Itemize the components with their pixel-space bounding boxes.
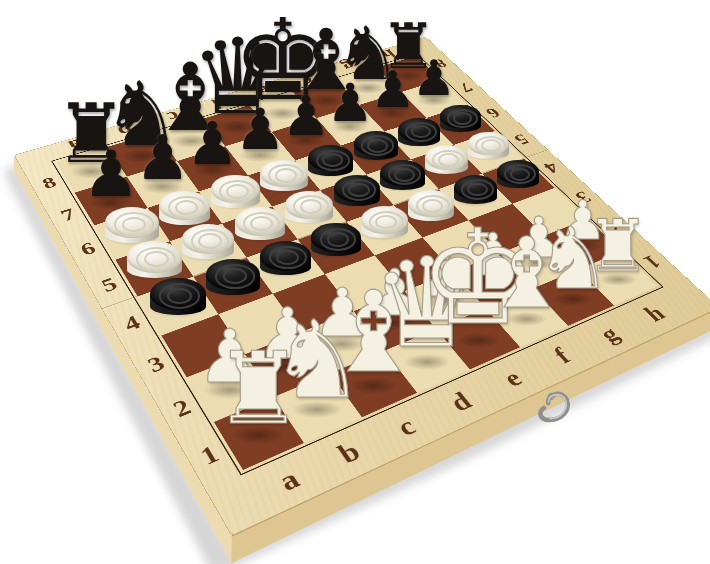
checker-top	[150, 278, 206, 311]
checker-top	[260, 241, 312, 271]
checker-white[interactable]	[285, 191, 333, 223]
checker-white[interactable]	[260, 160, 307, 192]
checker-black[interactable]	[311, 223, 360, 256]
checker-top	[206, 259, 260, 290]
checker-white[interactable]	[211, 175, 260, 208]
checker-black[interactable]	[440, 105, 481, 132]
checker-black[interactable]	[497, 160, 539, 188]
checker-white[interactable]	[182, 224, 235, 259]
checker-top	[354, 131, 398, 156]
checker-top	[334, 175, 380, 202]
checker-groove	[510, 168, 530, 181]
checker-groove	[275, 168, 297, 182]
checker-white[interactable]	[127, 241, 182, 278]
checker-groove	[144, 251, 169, 267]
checker-groove	[300, 199, 322, 214]
checker-black[interactable]	[380, 160, 425, 190]
checker-top	[235, 207, 285, 236]
checker-black[interactable]	[260, 241, 312, 276]
checker-white[interactable]	[159, 191, 210, 225]
checker-white[interactable]	[105, 207, 158, 243]
checker-top	[440, 105, 481, 128]
checker-white[interactable]	[235, 207, 285, 241]
pieces-layer: ♜♞♝♛♚♝♞♜♟♟♟♟♟♟♟♟♟♟♟♟♟♟♟♟♜♞♝♛♚♝♞♜	[0, 0, 710, 564]
checker-groove	[250, 216, 273, 231]
checker-groove	[453, 112, 472, 125]
checker-black[interactable]	[150, 278, 206, 316]
checker-white[interactable]	[425, 145, 468, 174]
checker-top	[398, 118, 440, 142]
checker-groove	[226, 184, 249, 199]
piece-white-rook[interactable]: ♜	[582, 210, 654, 282]
piece-black-pawn[interactable]: ♟	[409, 54, 458, 103]
checker-groove	[438, 153, 458, 166]
checker-white[interactable]	[468, 132, 509, 160]
checker-top	[260, 160, 307, 187]
product-photo-chess-box: 8877665544332211aabbccddeeffgghh ♜♞♝♛♚♝♞…	[0, 0, 710, 564]
checker-top	[285, 191, 333, 219]
checker-black[interactable]	[206, 259, 260, 295]
checker-top	[105, 207, 158, 238]
checker-top	[182, 224, 235, 254]
checker-groove	[394, 168, 415, 182]
checker-top	[380, 160, 425, 186]
checker-top	[211, 175, 260, 203]
checker-top	[361, 206, 408, 234]
checker-black[interactable]	[354, 131, 398, 160]
checker-top	[127, 241, 182, 273]
checker-black[interactable]	[454, 175, 498, 204]
checker-groove	[481, 139, 501, 152]
checker-groove	[467, 183, 488, 197]
checker-black[interactable]	[334, 175, 380, 206]
checker-groove	[367, 139, 388, 153]
checker-top	[311, 223, 360, 252]
checker-black[interactable]	[308, 145, 353, 175]
checker-groove	[198, 233, 222, 249]
checker-groove	[327, 232, 350, 247]
checker-black[interactable]	[398, 118, 440, 146]
